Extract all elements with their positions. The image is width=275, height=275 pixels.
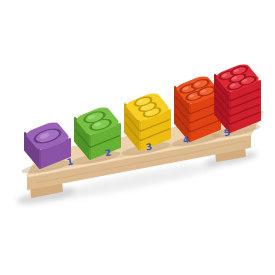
toy-scene: 1 2 3 4 5: [0, 0, 275, 275]
product-photo: 1 2 3 4 5: [0, 0, 275, 275]
